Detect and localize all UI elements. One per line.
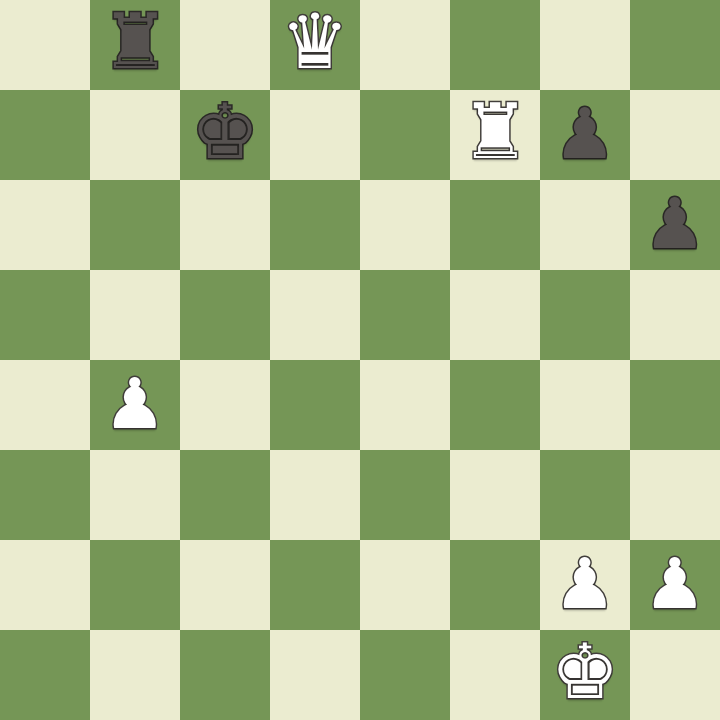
square-c1[interactable] <box>180 630 270 720</box>
piece-white-pawn[interactable]: ♟ <box>644 549 707 619</box>
square-e8[interactable] <box>360 0 450 90</box>
square-h6[interactable]: ♟ <box>630 180 720 270</box>
piece-black-pawn[interactable]: ♟ <box>554 99 617 169</box>
square-d3[interactable] <box>270 450 360 540</box>
square-c3[interactable] <box>180 450 270 540</box>
square-e1[interactable] <box>360 630 450 720</box>
square-c7[interactable]: ♚ <box>180 90 270 180</box>
square-d6[interactable] <box>270 180 360 270</box>
square-g2[interactable]: ♟ <box>540 540 630 630</box>
square-g3[interactable] <box>540 450 630 540</box>
square-e2[interactable] <box>360 540 450 630</box>
chess-board: ♜♛♚♜♟♟♟♟♟♚ <box>0 0 720 720</box>
square-f2[interactable] <box>450 540 540 630</box>
square-e5[interactable] <box>360 270 450 360</box>
square-g4[interactable] <box>540 360 630 450</box>
square-h3[interactable] <box>630 450 720 540</box>
square-e7[interactable] <box>360 90 450 180</box>
square-b8[interactable]: ♜ <box>90 0 180 90</box>
square-h2[interactable]: ♟ <box>630 540 720 630</box>
square-b1[interactable] <box>90 630 180 720</box>
square-b5[interactable] <box>90 270 180 360</box>
piece-white-rook[interactable]: ♜ <box>461 94 529 170</box>
square-b2[interactable] <box>90 540 180 630</box>
square-g5[interactable] <box>540 270 630 360</box>
square-h8[interactable] <box>630 0 720 90</box>
square-h4[interactable] <box>630 360 720 450</box>
square-e3[interactable] <box>360 450 450 540</box>
piece-black-rook[interactable]: ♜ <box>101 4 169 80</box>
square-b7[interactable] <box>90 90 180 180</box>
square-a7[interactable] <box>0 90 90 180</box>
square-b3[interactable] <box>90 450 180 540</box>
square-d1[interactable] <box>270 630 360 720</box>
square-f5[interactable] <box>450 270 540 360</box>
square-e4[interactable] <box>360 360 450 450</box>
square-a6[interactable] <box>0 180 90 270</box>
square-d4[interactable] <box>270 360 360 450</box>
square-f6[interactable] <box>450 180 540 270</box>
piece-white-queen[interactable]: ♛ <box>281 4 349 80</box>
square-b4[interactable]: ♟ <box>90 360 180 450</box>
square-b6[interactable] <box>90 180 180 270</box>
square-f8[interactable] <box>450 0 540 90</box>
piece-white-pawn[interactable]: ♟ <box>554 549 617 619</box>
square-f4[interactable] <box>450 360 540 450</box>
square-g8[interactable] <box>540 0 630 90</box>
square-h7[interactable] <box>630 90 720 180</box>
square-a4[interactable] <box>0 360 90 450</box>
square-c6[interactable] <box>180 180 270 270</box>
square-a5[interactable] <box>0 270 90 360</box>
square-h1[interactable] <box>630 630 720 720</box>
piece-white-king[interactable]: ♚ <box>551 634 619 710</box>
square-d2[interactable] <box>270 540 360 630</box>
square-h5[interactable] <box>630 270 720 360</box>
square-g6[interactable] <box>540 180 630 270</box>
piece-white-pawn[interactable]: ♟ <box>104 369 167 439</box>
square-c2[interactable] <box>180 540 270 630</box>
square-c5[interactable] <box>180 270 270 360</box>
square-c4[interactable] <box>180 360 270 450</box>
square-a3[interactable] <box>0 450 90 540</box>
square-d5[interactable] <box>270 270 360 360</box>
square-g7[interactable]: ♟ <box>540 90 630 180</box>
square-e6[interactable] <box>360 180 450 270</box>
piece-black-king[interactable]: ♚ <box>191 94 259 170</box>
square-a2[interactable] <box>0 540 90 630</box>
square-d8[interactable]: ♛ <box>270 0 360 90</box>
square-a1[interactable] <box>0 630 90 720</box>
square-c8[interactable] <box>180 0 270 90</box>
piece-black-pawn[interactable]: ♟ <box>644 189 707 259</box>
square-d7[interactable] <box>270 90 360 180</box>
square-f1[interactable] <box>450 630 540 720</box>
square-g1[interactable]: ♚ <box>540 630 630 720</box>
square-f7[interactable]: ♜ <box>450 90 540 180</box>
square-a8[interactable] <box>0 0 90 90</box>
square-f3[interactable] <box>450 450 540 540</box>
